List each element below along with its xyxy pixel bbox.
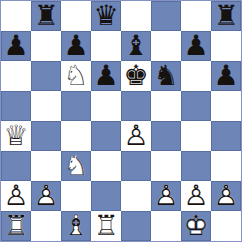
white-knight-fill: ♞: [61, 151, 91, 181]
square-e8[interactable]: [121, 1, 151, 31]
square-h2[interactable]: ♟♙: [211, 181, 241, 211]
square-a1[interactable]: ♜♖: [1, 211, 31, 241]
white-pawn: ♙: [211, 181, 241, 211]
square-g2[interactable]: ♟♙: [181, 181, 211, 211]
square-h6[interactable]: ♟: [211, 61, 241, 91]
square-h5[interactable]: [211, 91, 241, 121]
square-b6[interactable]: [31, 61, 61, 91]
white-pawn-fill: ♟: [31, 181, 61, 211]
square-d2[interactable]: [91, 181, 121, 211]
white-pawn: ♙: [1, 181, 31, 211]
square-a8[interactable]: [1, 1, 31, 31]
square-f4[interactable]: [151, 121, 181, 151]
black-knight: ♞: [151, 61, 181, 91]
square-d7[interactable]: [91, 31, 121, 61]
square-h4[interactable]: [211, 121, 241, 151]
square-c6[interactable]: ♞♘: [61, 61, 91, 91]
square-f7[interactable]: [151, 31, 181, 61]
white-pawn-fill: ♟: [181, 181, 211, 211]
square-b5[interactable]: [31, 91, 61, 121]
square-e4[interactable]: ♟♙: [121, 121, 151, 151]
square-d8[interactable]: ♛: [91, 1, 121, 31]
square-f2[interactable]: ♟♙: [151, 181, 181, 211]
square-d3[interactable]: [91, 151, 121, 181]
black-pawn: ♟: [211, 61, 241, 91]
square-g8[interactable]: [181, 1, 211, 31]
white-rook: ♖: [1, 211, 31, 241]
square-b8[interactable]: ♜: [31, 1, 61, 31]
chess-board: ♜♛♜♟♟♝♟♞♘♟♚♞♟♛♕♟♙♞♘♟♙♟♙♟♙♟♙♟♙♜♖♝♗♜♖♚♔: [0, 0, 242, 242]
white-rook: ♖: [91, 211, 121, 241]
square-c8[interactable]: [61, 1, 91, 31]
black-king: ♚: [121, 61, 151, 91]
white-pawn: ♙: [151, 181, 181, 211]
white-pawn: ♙: [31, 181, 61, 211]
square-a2[interactable]: ♟♙: [1, 181, 31, 211]
white-bishop-fill: ♝: [61, 211, 91, 241]
white-pawn-fill: ♟: [151, 181, 181, 211]
square-h3[interactable]: [211, 151, 241, 181]
square-d6[interactable]: ♟: [91, 61, 121, 91]
white-knight: ♘: [61, 151, 91, 181]
white-pawn: ♙: [181, 181, 211, 211]
white-king: ♔: [181, 211, 211, 241]
black-pawn: ♟: [181, 31, 211, 61]
square-c4[interactable]: [61, 121, 91, 151]
square-g5[interactable]: [181, 91, 211, 121]
white-queen: ♕: [1, 121, 31, 151]
square-c2[interactable]: [61, 181, 91, 211]
square-c1[interactable]: ♝♗: [61, 211, 91, 241]
white-knight-fill: ♞: [61, 61, 91, 91]
square-a4[interactable]: ♛♕: [1, 121, 31, 151]
square-g4[interactable]: [181, 121, 211, 151]
white-knight: ♘: [61, 61, 91, 91]
black-pawn: ♟: [91, 61, 121, 91]
square-e6[interactable]: ♚: [121, 61, 151, 91]
white-pawn: ♙: [121, 121, 151, 151]
square-b4[interactable]: [31, 121, 61, 151]
square-h8[interactable]: ♜: [211, 1, 241, 31]
square-h1[interactable]: [211, 211, 241, 241]
white-rook-fill: ♜: [91, 211, 121, 241]
white-queen-fill: ♛: [1, 121, 31, 151]
square-e1[interactable]: [121, 211, 151, 241]
black-pawn: ♟: [61, 31, 91, 61]
white-rook-fill: ♜: [1, 211, 31, 241]
white-king-fill: ♚: [181, 211, 211, 241]
square-f6[interactable]: ♞: [151, 61, 181, 91]
square-e7[interactable]: ♝: [121, 31, 151, 61]
square-g6[interactable]: [181, 61, 211, 91]
black-queen: ♛: [91, 1, 121, 31]
white-pawn-fill: ♟: [1, 181, 31, 211]
square-e3[interactable]: [121, 151, 151, 181]
square-g1[interactable]: ♚♔: [181, 211, 211, 241]
square-d5[interactable]: [91, 91, 121, 121]
square-c5[interactable]: [61, 91, 91, 121]
black-pawn: ♟: [1, 31, 31, 61]
square-a5[interactable]: [1, 91, 31, 121]
square-c7[interactable]: ♟: [61, 31, 91, 61]
square-e2[interactable]: [121, 181, 151, 211]
white-bishop: ♗: [61, 211, 91, 241]
square-f3[interactable]: [151, 151, 181, 181]
black-rook: ♜: [31, 1, 61, 31]
square-e5[interactable]: [121, 91, 151, 121]
black-rook: ♜: [211, 1, 241, 31]
square-d4[interactable]: [91, 121, 121, 151]
square-h7[interactable]: [211, 31, 241, 61]
square-g7[interactable]: ♟: [181, 31, 211, 61]
square-g3[interactable]: [181, 151, 211, 181]
square-b3[interactable]: [31, 151, 61, 181]
square-f8[interactable]: [151, 1, 181, 31]
black-bishop: ♝: [121, 31, 151, 61]
square-a6[interactable]: [1, 61, 31, 91]
square-b1[interactable]: [31, 211, 61, 241]
square-c3[interactable]: ♞♘: [61, 151, 91, 181]
square-a7[interactable]: ♟: [1, 31, 31, 61]
square-a3[interactable]: [1, 151, 31, 181]
square-f5[interactable]: [151, 91, 181, 121]
white-pawn-fill: ♟: [211, 181, 241, 211]
square-f1[interactable]: [151, 211, 181, 241]
square-b7[interactable]: [31, 31, 61, 61]
white-pawn-fill: ♟: [121, 121, 151, 151]
square-b2[interactable]: ♟♙: [31, 181, 61, 211]
square-d1[interactable]: ♜♖: [91, 211, 121, 241]
